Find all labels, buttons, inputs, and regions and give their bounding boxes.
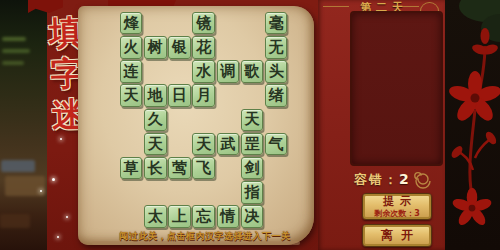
board-empty-cell bbox=[143, 11, 167, 35]
board-cell: 歌 bbox=[240, 59, 264, 83]
board-tile-毫[interactable]: 毫 bbox=[265, 12, 288, 35]
background-blur bbox=[2, 49, 30, 53]
board-tile-指[interactable]: 指 bbox=[241, 181, 264, 204]
board-empty-cell bbox=[240, 35, 264, 59]
board-cell: 上 bbox=[167, 205, 191, 229]
clue-panel bbox=[350, 11, 443, 166]
board-tile-气[interactable]: 气 bbox=[265, 133, 288, 156]
board-empty-cell bbox=[264, 180, 288, 204]
board-cell: 决 bbox=[240, 205, 264, 229]
board-empty-cell bbox=[143, 59, 167, 83]
board-tile-情[interactable]: 情 bbox=[217, 205, 240, 228]
fault-label: 容错： bbox=[354, 172, 399, 187]
board-empty-cell bbox=[167, 59, 191, 83]
board-tile-月[interactable]: 月 bbox=[192, 84, 215, 107]
board-cell: 无 bbox=[264, 35, 288, 59]
board-tile-火[interactable]: 火 bbox=[120, 36, 143, 59]
board-tile-飞[interactable]: 飞 bbox=[192, 157, 215, 180]
board-cell: 火 bbox=[119, 35, 143, 59]
board-empty-cell bbox=[167, 132, 191, 156]
board-cell: 天 bbox=[119, 84, 143, 108]
board-empty-cell bbox=[216, 156, 240, 180]
board-cell: 连 bbox=[119, 59, 143, 83]
board-empty-cell bbox=[192, 108, 216, 132]
board-tile-久[interactable]: 久 bbox=[144, 109, 167, 132]
board-tile-地[interactable]: 地 bbox=[144, 84, 167, 107]
fault-tolerance: 容错：2 bbox=[354, 171, 411, 189]
board-empty-cell bbox=[167, 108, 191, 132]
board-tile-树[interactable]: 树 bbox=[144, 36, 167, 59]
board-cell: 忘 bbox=[192, 205, 216, 229]
board-tile-天[interactable]: 天 bbox=[144, 133, 167, 156]
sparkle-dot bbox=[52, 178, 55, 181]
board-empty-cell bbox=[119, 205, 143, 229]
board-tile-连[interactable]: 连 bbox=[120, 60, 143, 83]
board-cell: 树 bbox=[143, 35, 167, 59]
board-tile-太[interactable]: 太 bbox=[144, 205, 167, 228]
board-cell: 银 bbox=[167, 35, 191, 59]
board-cell: 绪 bbox=[264, 84, 288, 108]
puzzle-board: 烽镜毫火树银花无连水调歌头天地日月绪久天天天武罡气草长莺飞剑指太上忘情决 bbox=[119, 11, 288, 229]
board-empty-cell bbox=[216, 180, 240, 204]
board-empty-cell bbox=[264, 156, 288, 180]
board-cell: 烽 bbox=[119, 11, 143, 35]
board-empty-cell bbox=[264, 205, 288, 229]
cloud-swirl-icon bbox=[412, 170, 434, 192]
background-scene bbox=[0, 0, 47, 250]
board-empty-cell bbox=[216, 35, 240, 59]
board-cell: 调 bbox=[216, 59, 240, 83]
board-cell: 地 bbox=[143, 84, 167, 108]
flower-papercut-icon bbox=[445, 0, 500, 250]
board-tile-头[interactable]: 头 bbox=[265, 60, 288, 83]
board-cell: 水 bbox=[192, 59, 216, 83]
board-cell: 天 bbox=[192, 132, 216, 156]
board-cell: 月 bbox=[192, 84, 216, 108]
board-cell: 镜 bbox=[192, 11, 216, 35]
board-empty-cell bbox=[264, 108, 288, 132]
hint-button-label: 提示 bbox=[377, 196, 417, 208]
board-cell: 天 bbox=[143, 132, 167, 156]
board-cell: 指 bbox=[240, 180, 264, 204]
board-cell: 武 bbox=[216, 132, 240, 156]
board-tile-剑[interactable]: 剑 bbox=[241, 157, 264, 180]
board-cell: 日 bbox=[167, 84, 191, 108]
board-tile-日[interactable]: 日 bbox=[168, 84, 191, 107]
hint-button[interactable]: 提示 剩余次数：3 bbox=[362, 193, 432, 220]
board-tile-武[interactable]: 武 bbox=[217, 133, 240, 156]
sparkle-dot bbox=[60, 138, 62, 140]
background-blur bbox=[2, 61, 24, 65]
board-tile-镜[interactable]: 镜 bbox=[192, 12, 215, 35]
board-empty-cell bbox=[119, 180, 143, 204]
board-cell: 飞 bbox=[192, 156, 216, 180]
board-empty-cell bbox=[216, 84, 240, 108]
board-tile-绪[interactable]: 绪 bbox=[265, 84, 288, 107]
board-empty-cell bbox=[240, 11, 264, 35]
leave-button-label: 离开 bbox=[373, 227, 421, 244]
background-blur bbox=[5, 176, 45, 196]
board-cell: 毫 bbox=[264, 11, 288, 35]
hint-remaining-count: 剩余次数：3 bbox=[374, 209, 420, 218]
board-empty-cell bbox=[119, 108, 143, 132]
board-tile-调[interactable]: 调 bbox=[217, 60, 240, 83]
board-cell: 久 bbox=[143, 108, 167, 132]
board-tile-歌[interactable]: 歌 bbox=[241, 60, 264, 83]
board-tile-花[interactable]: 花 bbox=[192, 36, 215, 59]
board-empty-cell bbox=[167, 180, 191, 204]
board-tile-天[interactable]: 天 bbox=[241, 109, 264, 132]
board-empty-cell bbox=[143, 180, 167, 204]
board-empty-cell bbox=[192, 180, 216, 204]
board-cell: 气 bbox=[264, 132, 288, 156]
papercut-flower-strip bbox=[445, 0, 500, 250]
background-blur bbox=[1, 160, 35, 172]
board-tile-长[interactable]: 长 bbox=[144, 157, 167, 180]
leave-button[interactable]: 离开 bbox=[362, 224, 432, 247]
sidebar-panel: 第二天 容错：2 提示 剩余次数：3 离开 bbox=[318, 0, 445, 250]
board-tile-忘[interactable]: 忘 bbox=[192, 205, 215, 228]
board-cell: 莺 bbox=[167, 156, 191, 180]
board-empty-cell bbox=[167, 11, 191, 35]
board-cell: 太 bbox=[143, 205, 167, 229]
board-tile-决[interactable]: 决 bbox=[241, 205, 264, 228]
board-cell: 头 bbox=[264, 59, 288, 83]
board-cell: 罡 bbox=[240, 132, 264, 156]
board-empty-cell bbox=[119, 132, 143, 156]
sparkle-dot bbox=[57, 236, 59, 238]
sparkle-dot bbox=[66, 216, 68, 218]
background-blur bbox=[0, 214, 30, 228]
board-tile-罡[interactable]: 罡 bbox=[241, 133, 264, 156]
board-tile-水[interactable]: 水 bbox=[192, 60, 215, 83]
game-screen: 填字迷 烽镜毫火树银花无连水调歌头天地日月绪久天天天武罡气草长莺飞剑指太上忘情决… bbox=[0, 0, 500, 250]
board-tile-银[interactable]: 银 bbox=[168, 36, 191, 59]
board-empty-cell bbox=[216, 11, 240, 35]
board-empty-cell bbox=[240, 84, 264, 108]
board-tile-草[interactable]: 草 bbox=[120, 157, 143, 180]
board-cell: 长 bbox=[143, 156, 167, 180]
board-tile-无[interactable]: 无 bbox=[265, 36, 288, 59]
sparkle-dot bbox=[40, 190, 42, 192]
board-cell: 情 bbox=[216, 205, 240, 229]
board-tile-烽[interactable]: 烽 bbox=[120, 12, 143, 35]
board-tile-莺[interactable]: 莺 bbox=[168, 157, 191, 180]
board-cell: 天 bbox=[240, 108, 264, 132]
board-empty-cell bbox=[216, 108, 240, 132]
background-blur bbox=[2, 37, 26, 41]
fault-value: 2 bbox=[399, 171, 411, 187]
board-tile-天[interactable]: 天 bbox=[192, 133, 215, 156]
board-cell: 花 bbox=[192, 35, 216, 59]
bottom-tip-text: 闯过此关，点击框内汉字选择进入下一关 bbox=[100, 230, 310, 243]
board-tile-上[interactable]: 上 bbox=[168, 205, 191, 228]
board-cell: 剑 bbox=[240, 156, 264, 180]
board-cell: 草 bbox=[119, 156, 143, 180]
board-tile-天[interactable]: 天 bbox=[120, 84, 143, 107]
